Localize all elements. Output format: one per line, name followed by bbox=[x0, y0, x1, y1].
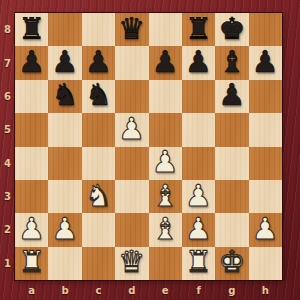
piece-white-pawn[interactable]: ♟ bbox=[118, 114, 145, 144]
file-label-f: f bbox=[182, 280, 215, 300]
rank-label-6: 6 bbox=[0, 80, 15, 113]
square-e6[interactable] bbox=[149, 80, 182, 113]
rank-label-2: 2 bbox=[0, 213, 15, 246]
square-b2[interactable]: ♟ bbox=[48, 213, 81, 246]
file-label-h: h bbox=[249, 280, 282, 300]
square-a4[interactable] bbox=[15, 147, 48, 180]
chess-board-frame: 87654321 abcdefgh ♜♛♜♚♟♟♟♟♟♝♟♞♞♟♟♟♞♝♟♟♟♝… bbox=[0, 0, 300, 300]
square-e3[interactable]: ♝ bbox=[149, 180, 182, 213]
piece-black-knight[interactable]: ♞ bbox=[85, 80, 112, 110]
square-h3[interactable] bbox=[249, 180, 282, 213]
piece-black-rook[interactable]: ♜ bbox=[18, 14, 45, 44]
square-f7[interactable]: ♟ bbox=[182, 46, 215, 79]
square-f2[interactable]: ♟ bbox=[182, 213, 215, 246]
piece-black-bishop[interactable]: ♝ bbox=[218, 47, 245, 77]
square-g7[interactable]: ♝ bbox=[215, 46, 248, 79]
rank-label-8: 8 bbox=[0, 13, 15, 46]
square-d1[interactable]: ♛ bbox=[115, 247, 148, 280]
square-a3[interactable] bbox=[15, 180, 48, 213]
piece-white-knight[interactable]: ♞ bbox=[85, 181, 112, 211]
file-label-e: e bbox=[149, 280, 182, 300]
rank-label-3: 3 bbox=[0, 180, 15, 213]
file-label-d: d bbox=[115, 280, 148, 300]
piece-black-pawn[interactable]: ♟ bbox=[18, 47, 45, 77]
piece-black-pawn[interactable]: ♟ bbox=[52, 47, 79, 77]
square-f3[interactable]: ♟ bbox=[182, 180, 215, 213]
piece-white-bishop[interactable]: ♝ bbox=[152, 214, 179, 244]
square-e4[interactable]: ♟ bbox=[149, 147, 182, 180]
piece-black-knight[interactable]: ♞ bbox=[52, 80, 79, 110]
square-g6[interactable]: ♟ bbox=[215, 80, 248, 113]
piece-black-pawn[interactable]: ♟ bbox=[152, 47, 179, 77]
square-f4[interactable] bbox=[182, 147, 215, 180]
file-labels: abcdefgh bbox=[15, 280, 282, 300]
piece-black-pawn[interactable]: ♟ bbox=[85, 47, 112, 77]
square-b4[interactable] bbox=[48, 147, 81, 180]
square-a5[interactable] bbox=[15, 113, 48, 146]
square-a2[interactable]: ♟ bbox=[15, 213, 48, 246]
square-g8[interactable]: ♚ bbox=[215, 13, 248, 46]
square-e1[interactable] bbox=[149, 247, 182, 280]
square-c6[interactable]: ♞ bbox=[82, 80, 115, 113]
square-e7[interactable]: ♟ bbox=[149, 46, 182, 79]
square-h1[interactable] bbox=[249, 247, 282, 280]
square-f1[interactable]: ♜ bbox=[182, 247, 215, 280]
square-h4[interactable] bbox=[249, 147, 282, 180]
square-d7[interactable] bbox=[115, 46, 148, 79]
square-f6[interactable] bbox=[182, 80, 215, 113]
square-h5[interactable] bbox=[249, 113, 282, 146]
piece-white-pawn[interactable]: ♟ bbox=[152, 147, 179, 177]
square-d8[interactable]: ♛ bbox=[115, 13, 148, 46]
rank-labels: 87654321 bbox=[0, 13, 15, 280]
rank-label-7: 7 bbox=[0, 46, 15, 79]
file-label-c: c bbox=[82, 280, 115, 300]
file-label-b: b bbox=[48, 280, 81, 300]
square-c8[interactable] bbox=[82, 13, 115, 46]
piece-black-pawn[interactable]: ♟ bbox=[185, 47, 212, 77]
square-e2[interactable]: ♝ bbox=[149, 213, 182, 246]
square-d2[interactable] bbox=[115, 213, 148, 246]
chess-board[interactable]: ♜♛♜♚♟♟♟♟♟♝♟♞♞♟♟♟♞♝♟♟♟♝♟♟♜♛♜♚ bbox=[15, 13, 282, 280]
square-d3[interactable] bbox=[115, 180, 148, 213]
square-h6[interactable] bbox=[249, 80, 282, 113]
square-g2[interactable] bbox=[215, 213, 248, 246]
square-b1[interactable] bbox=[48, 247, 81, 280]
square-b3[interactable] bbox=[48, 180, 81, 213]
square-f5[interactable] bbox=[182, 113, 215, 146]
piece-white-queen[interactable]: ♛ bbox=[118, 247, 145, 277]
piece-white-pawn[interactable]: ♟ bbox=[185, 214, 212, 244]
piece-white-rook[interactable]: ♜ bbox=[18, 247, 45, 277]
square-c3[interactable]: ♞ bbox=[82, 180, 115, 213]
piece-white-rook[interactable]: ♜ bbox=[185, 247, 212, 277]
piece-white-bishop[interactable]: ♝ bbox=[152, 181, 179, 211]
piece-black-pawn[interactable]: ♟ bbox=[252, 47, 279, 77]
piece-white-king[interactable]: ♚ bbox=[218, 247, 245, 277]
piece-white-pawn[interactable]: ♟ bbox=[52, 214, 79, 244]
rank-label-5: 5 bbox=[0, 113, 15, 146]
piece-black-queen[interactable]: ♛ bbox=[118, 14, 145, 44]
rank-label-1: 1 bbox=[0, 247, 15, 280]
square-b8[interactable] bbox=[48, 13, 81, 46]
square-c7[interactable]: ♟ bbox=[82, 46, 115, 79]
square-a8[interactable]: ♜ bbox=[15, 13, 48, 46]
square-g5[interactable] bbox=[215, 113, 248, 146]
piece-white-pawn[interactable]: ♟ bbox=[185, 181, 212, 211]
piece-black-rook[interactable]: ♜ bbox=[185, 14, 212, 44]
square-c4[interactable] bbox=[82, 147, 115, 180]
square-b7[interactable]: ♟ bbox=[48, 46, 81, 79]
piece-white-pawn[interactable]: ♟ bbox=[252, 214, 279, 244]
square-c5[interactable] bbox=[82, 113, 115, 146]
square-b6[interactable]: ♞ bbox=[48, 80, 81, 113]
piece-black-king[interactable]: ♚ bbox=[218, 14, 245, 44]
rank-label-4: 4 bbox=[0, 147, 15, 180]
square-e8[interactable] bbox=[149, 13, 182, 46]
square-g1[interactable]: ♚ bbox=[215, 247, 248, 280]
square-g3[interactable] bbox=[215, 180, 248, 213]
square-a7[interactable]: ♟ bbox=[15, 46, 48, 79]
square-c2[interactable] bbox=[82, 213, 115, 246]
square-c1[interactable] bbox=[82, 247, 115, 280]
square-a1[interactable]: ♜ bbox=[15, 247, 48, 280]
square-h7[interactable]: ♟ bbox=[249, 46, 282, 79]
file-label-g: g bbox=[215, 280, 248, 300]
square-d4[interactable] bbox=[115, 147, 148, 180]
piece-black-pawn[interactable]: ♟ bbox=[218, 80, 245, 110]
square-f8[interactable]: ♜ bbox=[182, 13, 215, 46]
square-e5[interactable] bbox=[149, 113, 182, 146]
square-a6[interactable] bbox=[15, 80, 48, 113]
square-d6[interactable] bbox=[115, 80, 148, 113]
square-g4[interactable] bbox=[215, 147, 248, 180]
square-d5[interactable]: ♟ bbox=[115, 113, 148, 146]
piece-white-pawn[interactable]: ♟ bbox=[18, 214, 45, 244]
square-h8[interactable] bbox=[249, 13, 282, 46]
file-label-a: a bbox=[15, 280, 48, 300]
square-b5[interactable] bbox=[48, 113, 81, 146]
square-h2[interactable]: ♟ bbox=[249, 213, 282, 246]
